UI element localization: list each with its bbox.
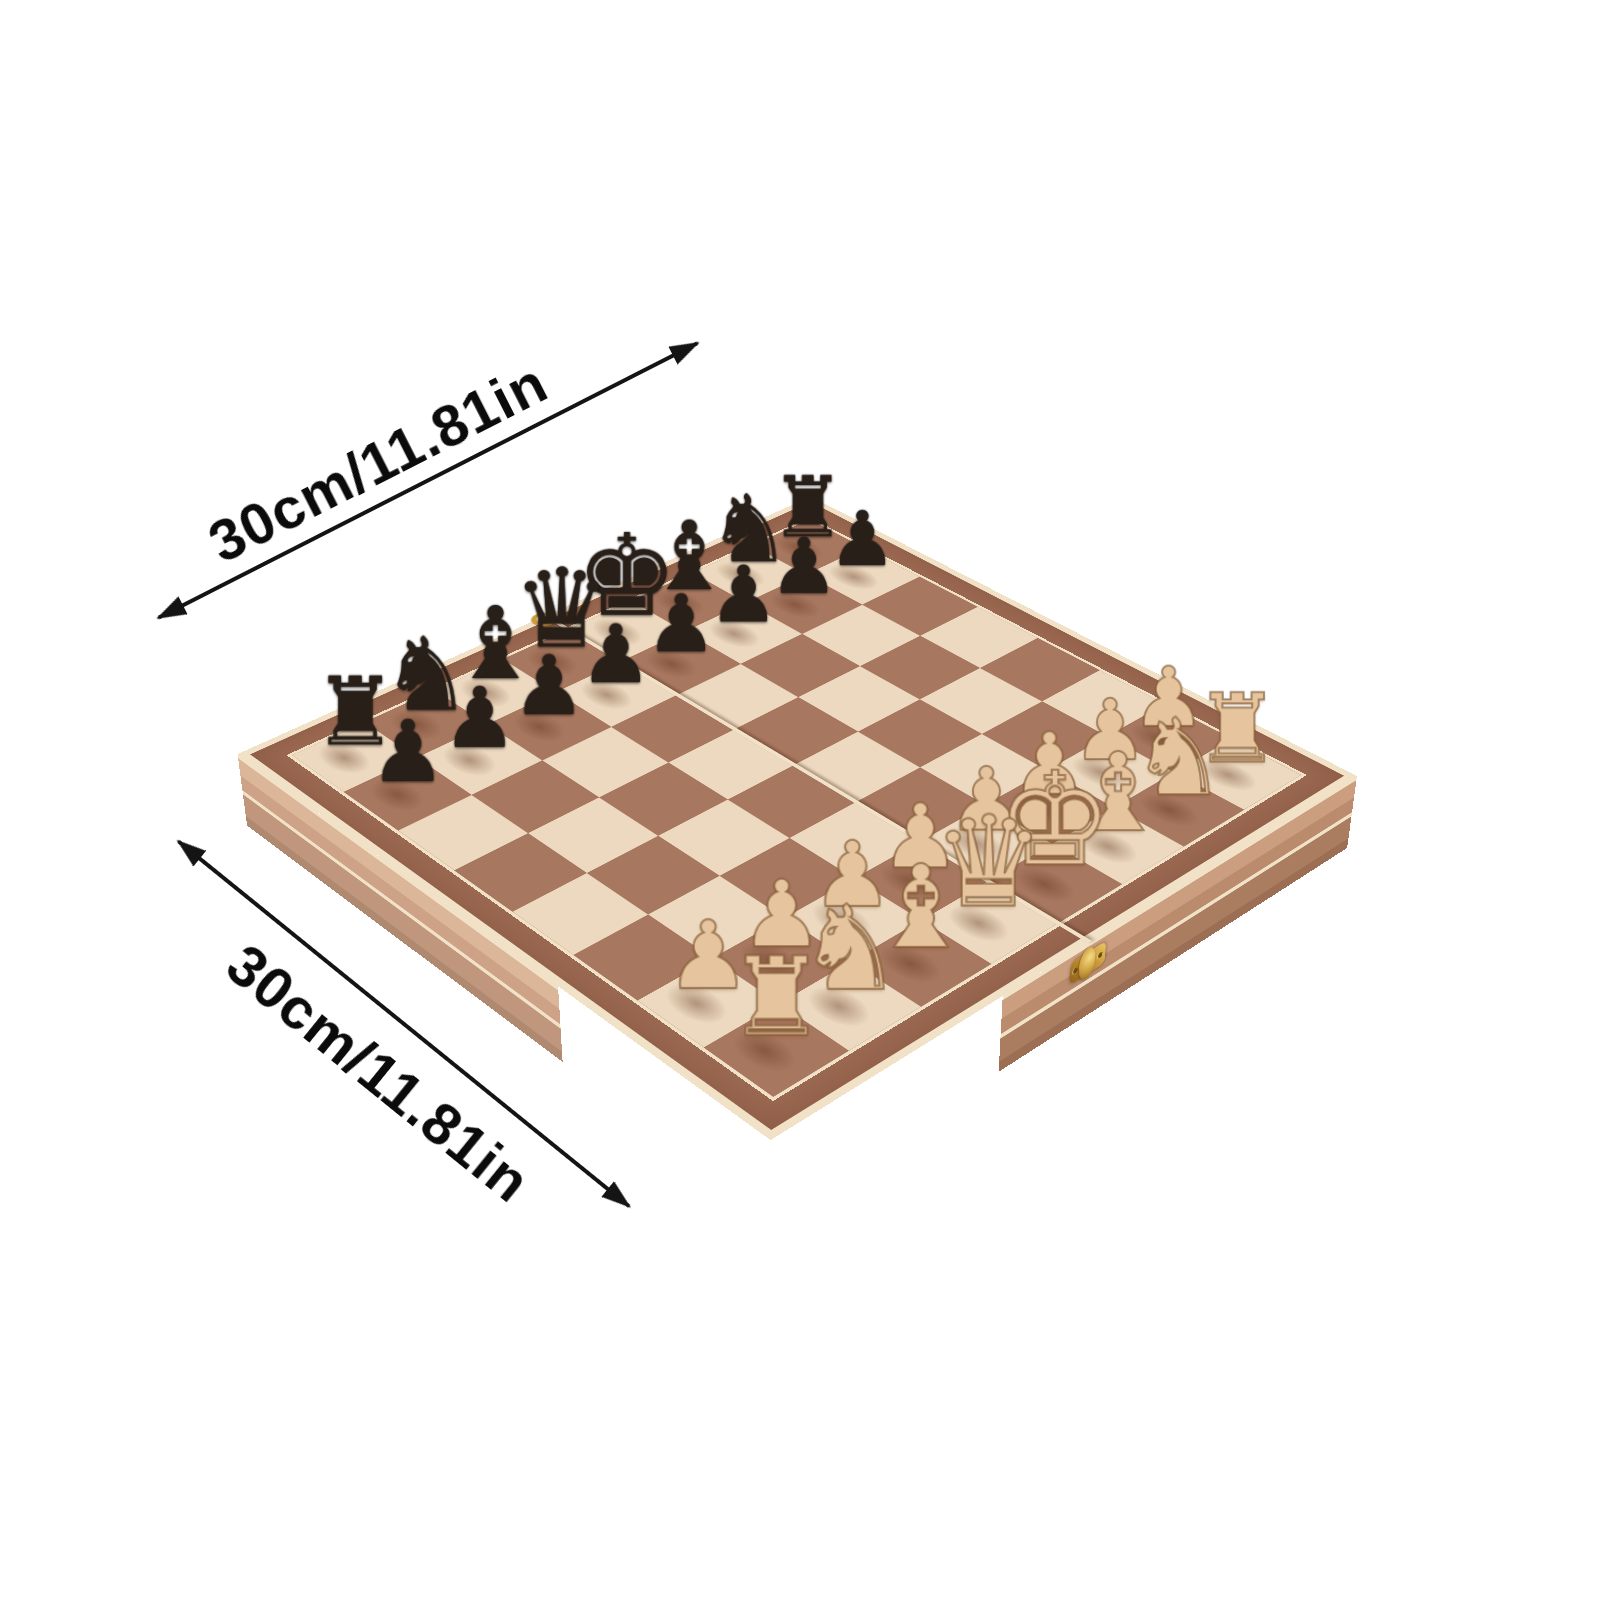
- board-top-face: ♜♟♟♜♞♟♟♞♝♟♟♝♚♟♟♚♛♟♟♛♝♟♟♝♞♟♟♞♜♟♟♜: [238, 497, 1357, 1141]
- brass-hinge-ring-icon: [526, 610, 562, 629]
- board-3d: ♜♟♟♜♞♟♟♞♝♟♟♝♚♟♟♚♛♟♟♛♝♟♟♝♞♟♟♞♜♟♟♜: [238, 497, 1357, 1141]
- piece-shadow: [366, 696, 466, 753]
- square-r3c5: [856, 767, 985, 840]
- board-grid: ♜♟♟♜♞♟♟♞♝♟♟♝♚♟♟♚♛♟♟♛♝♟♟♝♞♟♟♞♜♟♟♜: [292, 520, 1301, 1097]
- board-playfield: ♜♟♟♜♞♟♟♞♝♟♟♝♚♟♟♚♛♟♟♛♝♟♟♝♞♟♟♞♜♟♟♜: [286, 517, 1306, 1101]
- black-rook: ♜: [275, 585, 434, 756]
- latch-knob: [1078, 943, 1096, 984]
- chess-set-scene: ♜♟♟♜♞♟♟♞♝♟♟♝♚♟♟♚♛♟♟♛♝♟♟♝♞♟♟♞♜♟♟♜: [0, 0, 1601, 1601]
- square-r7c0: ♜: [292, 722, 417, 792]
- black-rook: ♜: [737, 395, 879, 547]
- piece-shadow: [713, 925, 829, 998]
- piece-shadow: [1052, 814, 1164, 879]
